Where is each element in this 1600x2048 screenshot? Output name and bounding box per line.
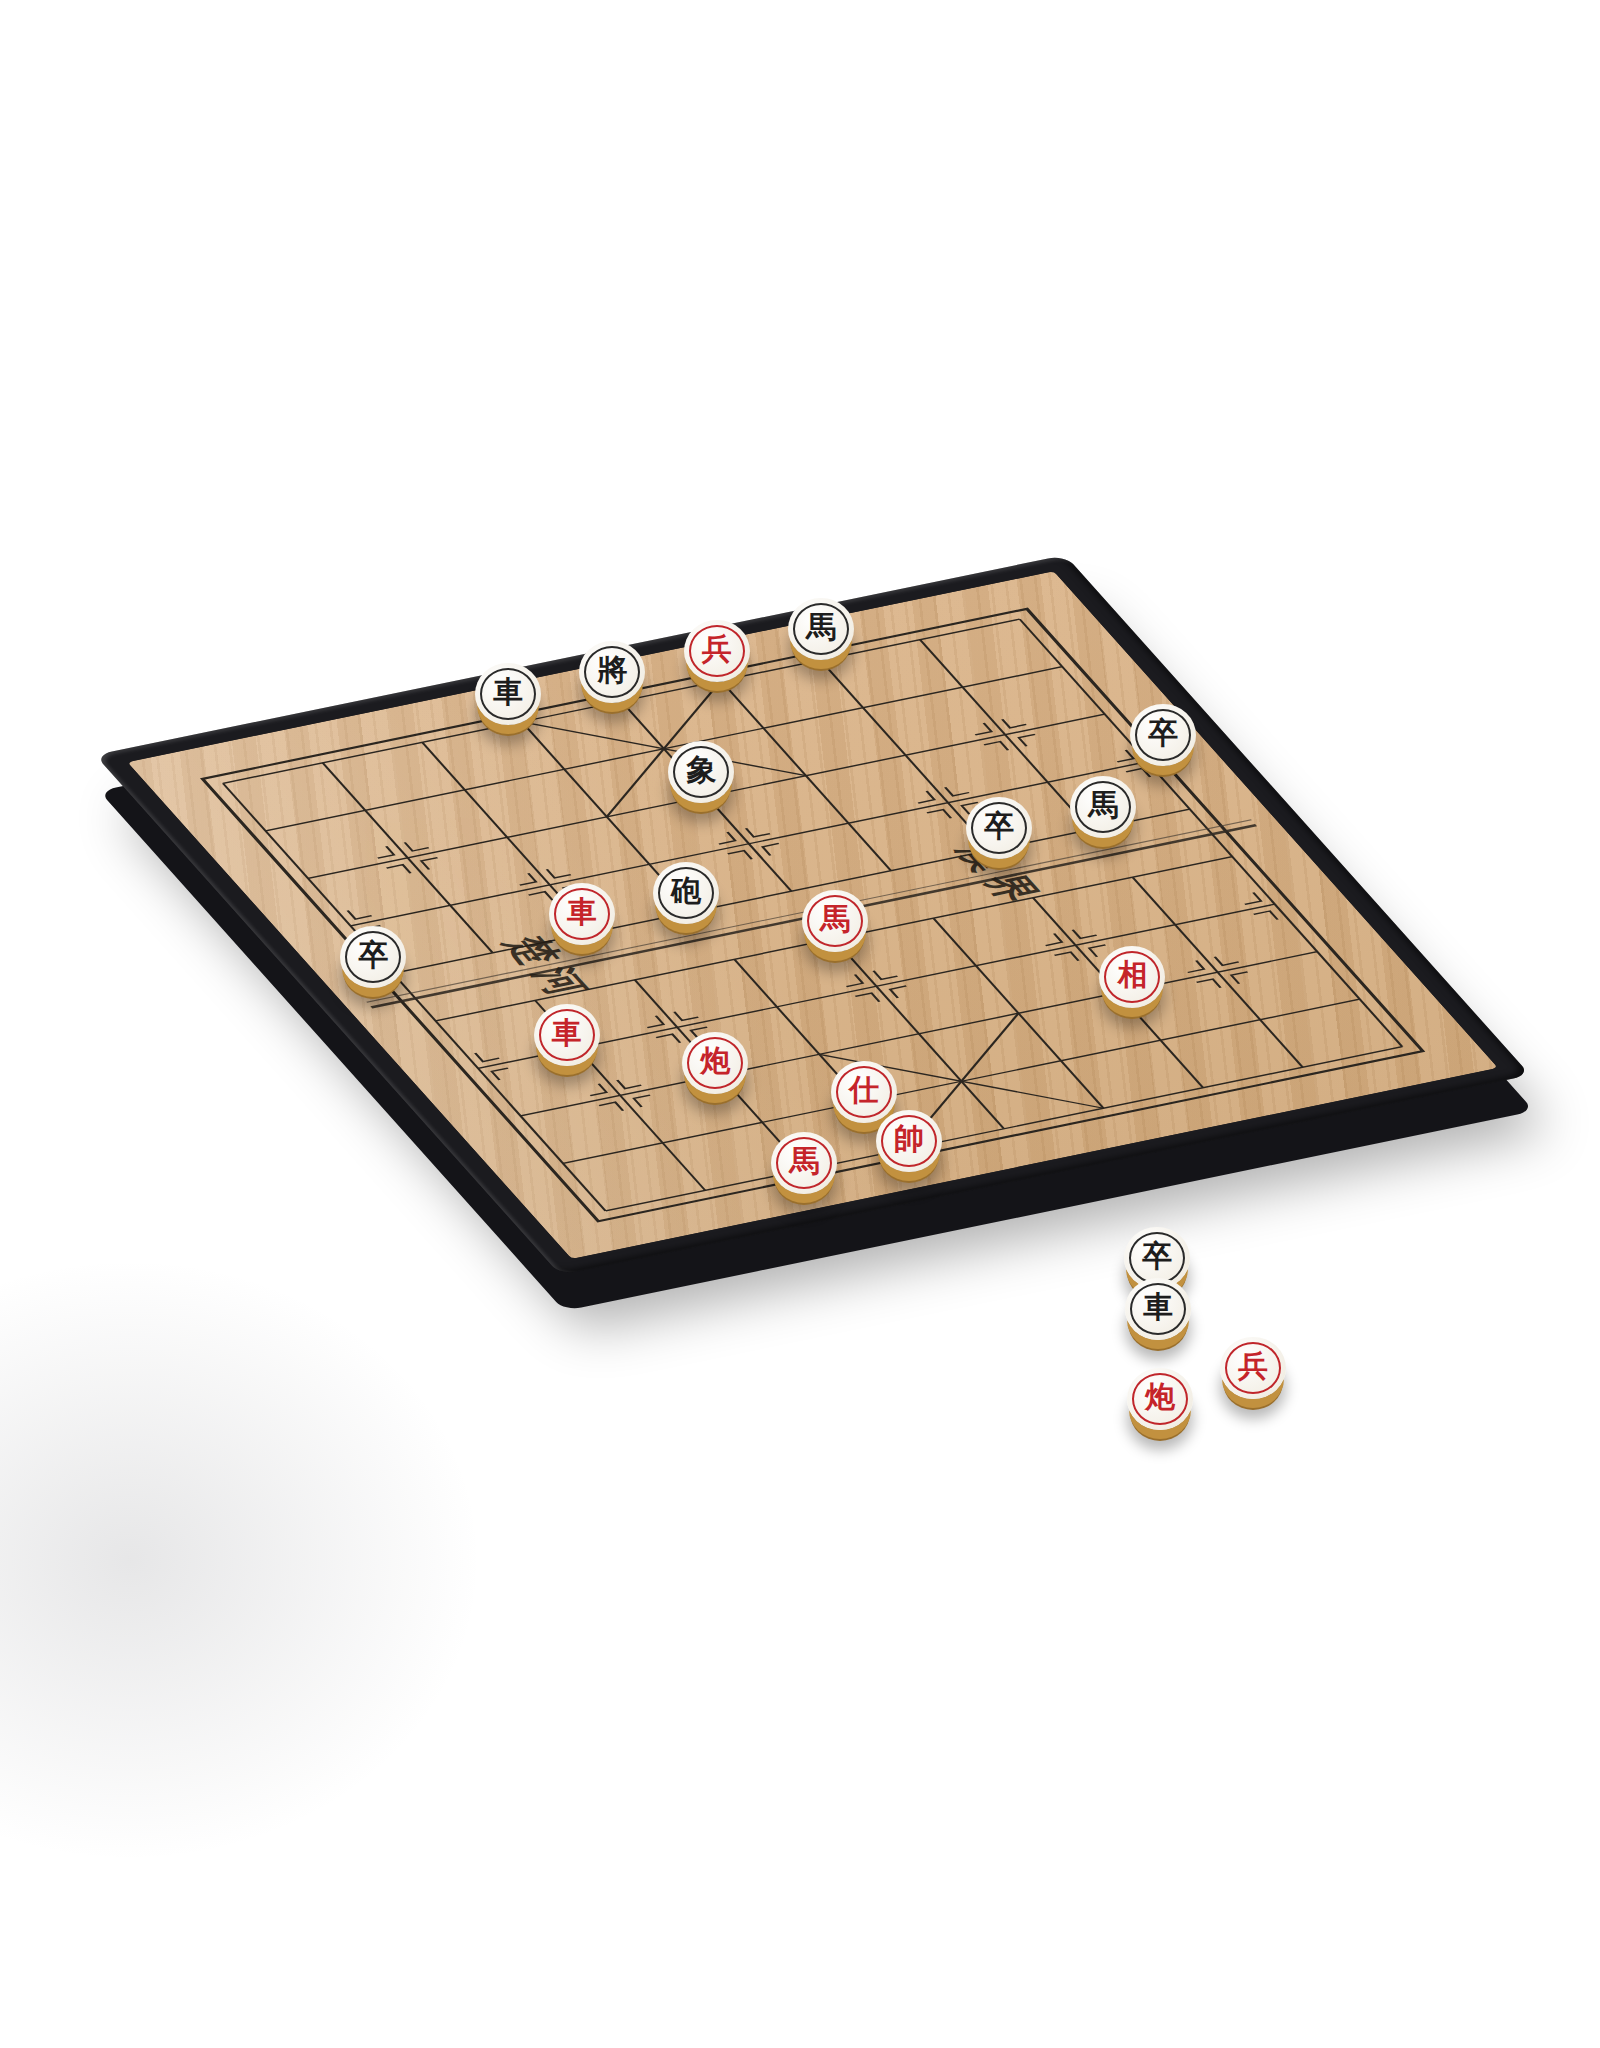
piece-character: 車 [493, 677, 523, 707]
captured-piece-red-soldier[interactable]: 兵 [1220, 1337, 1286, 1399]
piece-character: 馬 [1088, 790, 1118, 820]
piece-black-soldier[interactable]: 卒 [966, 797, 1032, 859]
piece-red-soldier[interactable]: 兵 [684, 620, 750, 682]
piece-red-chariot[interactable]: 車 [549, 883, 615, 945]
piece-character: 仕 [849, 1075, 879, 1105]
piece-character: 卒 [1142, 1241, 1172, 1271]
piece-black-soldier[interactable]: 卒 [1130, 704, 1196, 766]
piece-character: 馬 [806, 612, 836, 642]
piece-red-horse[interactable]: 馬 [802, 890, 868, 952]
piece-character: 兵 [1238, 1351, 1268, 1381]
piece-red-advisor[interactable]: 仕 [831, 1061, 897, 1123]
piece-character: 兵 [702, 634, 732, 664]
piece-red-horse[interactable]: 馬 [771, 1132, 837, 1194]
captured-piece-red-cannon[interactable]: 炮 [1127, 1368, 1193, 1430]
piece-character: 象 [686, 755, 716, 785]
piece-character: 相 [1117, 960, 1147, 990]
piece-character: 卒 [984, 811, 1014, 841]
piece-black-horse[interactable]: 馬 [788, 598, 854, 660]
piece-character: 將 [597, 655, 627, 685]
piece-character: 車 [567, 897, 597, 927]
piece-red-chariot[interactable]: 車 [534, 1004, 600, 1066]
piece-black-elephant[interactable]: 象 [668, 741, 734, 803]
piece-character: 車 [552, 1018, 582, 1048]
piece-character: 炮 [1145, 1382, 1175, 1412]
piece-character: 馬 [820, 904, 850, 934]
piece-character: 馬 [789, 1146, 819, 1176]
piece-black-horse[interactable]: 馬 [1070, 776, 1136, 838]
scene: 楚河 漢界 車將兵馬象卒卒車砲卒馬馬車炮相仕帥馬卒車兵炮 [0, 0, 1600, 2048]
piece-black-chariot[interactable]: 車 [475, 663, 541, 725]
captured-piece-black-chariot[interactable]: 車 [1125, 1278, 1191, 1340]
piece-character: 卒 [358, 940, 388, 970]
piece-character: 炮 [700, 1046, 730, 1076]
piece-character: 車 [1143, 1292, 1173, 1322]
piece-character: 卒 [1148, 718, 1178, 748]
piece-black-soldier[interactable]: 卒 [340, 926, 406, 988]
piece-character: 帥 [894, 1124, 924, 1154]
table-shadow [0, 1260, 480, 1860]
piece-red-general[interactable]: 帥 [876, 1110, 942, 1172]
piece-character: 砲 [671, 876, 701, 906]
piece-black-cannon[interactable]: 砲 [653, 862, 719, 924]
